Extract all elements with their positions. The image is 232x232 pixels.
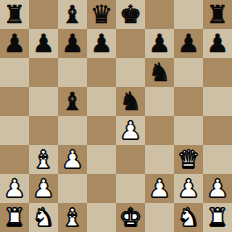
piece-white-pawn[interactable]: ♟	[206, 174, 228, 203]
square-d4[interactable]	[87, 116, 116, 145]
piece-black-pawn[interactable]: ♟	[61, 29, 83, 58]
chess-board: ♜♝♛♚♜♟♟♟♟♟♟♟♞♝♞♟♝♟♛♟♟♟♟♟♜♞♝♚♞♜	[0, 0, 232, 232]
piece-black-bishop[interactable]: ♝	[61, 87, 83, 116]
square-g3[interactable]: ♛	[174, 145, 203, 174]
square-c3[interactable]: ♟	[58, 145, 87, 174]
square-b6[interactable]	[29, 58, 58, 87]
square-e7[interactable]	[116, 29, 145, 58]
square-a7[interactable]: ♟	[0, 29, 29, 58]
square-g1[interactable]: ♞	[174, 203, 203, 232]
square-h7[interactable]: ♟	[203, 29, 232, 58]
square-f5[interactable]	[145, 87, 174, 116]
square-a1[interactable]: ♜	[0, 203, 29, 232]
square-h1[interactable]: ♜	[203, 203, 232, 232]
piece-black-pawn[interactable]: ♟	[90, 29, 112, 58]
square-f1[interactable]	[145, 203, 174, 232]
square-c2[interactable]	[58, 174, 87, 203]
piece-black-king[interactable]: ♚	[119, 0, 141, 29]
piece-black-rook[interactable]: ♜	[206, 0, 228, 29]
square-b3[interactable]: ♝	[29, 145, 58, 174]
square-h2[interactable]: ♟	[203, 174, 232, 203]
piece-white-pawn[interactable]: ♟	[32, 174, 54, 203]
square-d1[interactable]	[87, 203, 116, 232]
piece-black-pawn[interactable]: ♟	[3, 29, 25, 58]
piece-white-pawn[interactable]: ♟	[61, 145, 83, 174]
piece-white-pawn[interactable]: ♟	[3, 174, 25, 203]
square-h5[interactable]	[203, 87, 232, 116]
square-e5[interactable]: ♞	[116, 87, 145, 116]
square-c6[interactable]	[58, 58, 87, 87]
square-e8[interactable]: ♚	[116, 0, 145, 29]
square-d8[interactable]: ♛	[87, 0, 116, 29]
square-e2[interactable]	[116, 174, 145, 203]
square-d7[interactable]: ♟	[87, 29, 116, 58]
square-b2[interactable]: ♟	[29, 174, 58, 203]
piece-white-pawn[interactable]: ♟	[177, 174, 199, 203]
piece-white-pawn[interactable]: ♟	[148, 174, 170, 203]
square-c4[interactable]	[58, 116, 87, 145]
piece-black-knight[interactable]: ♞	[119, 87, 141, 116]
square-f6[interactable]: ♞	[145, 58, 174, 87]
square-c5[interactable]: ♝	[58, 87, 87, 116]
piece-white-rook[interactable]: ♜	[3, 203, 25, 232]
square-g4[interactable]	[174, 116, 203, 145]
square-f3[interactable]	[145, 145, 174, 174]
piece-white-pawn[interactable]: ♟	[119, 116, 141, 145]
square-d6[interactable]	[87, 58, 116, 87]
piece-black-bishop[interactable]: ♝	[61, 0, 83, 29]
square-b4[interactable]	[29, 116, 58, 145]
piece-black-pawn[interactable]: ♟	[148, 29, 170, 58]
square-b8[interactable]	[29, 0, 58, 29]
square-b5[interactable]	[29, 87, 58, 116]
square-d2[interactable]	[87, 174, 116, 203]
square-h4[interactable]	[203, 116, 232, 145]
square-a2[interactable]: ♟	[0, 174, 29, 203]
square-a6[interactable]	[0, 58, 29, 87]
piece-white-queen[interactable]: ♛	[177, 145, 199, 174]
piece-white-bishop[interactable]: ♝	[32, 145, 54, 174]
square-d5[interactable]	[87, 87, 116, 116]
square-h3[interactable]	[203, 145, 232, 174]
piece-black-pawn[interactable]: ♟	[177, 29, 199, 58]
square-f4[interactable]	[145, 116, 174, 145]
piece-white-knight[interactable]: ♞	[177, 203, 199, 232]
square-g5[interactable]	[174, 87, 203, 116]
square-a4[interactable]	[0, 116, 29, 145]
square-g8[interactable]	[174, 0, 203, 29]
piece-black-pawn[interactable]: ♟	[32, 29, 54, 58]
square-h6[interactable]	[203, 58, 232, 87]
square-e6[interactable]	[116, 58, 145, 87]
piece-black-pawn[interactable]: ♟	[206, 29, 228, 58]
square-a3[interactable]	[0, 145, 29, 174]
square-e1[interactable]: ♚	[116, 203, 145, 232]
square-a5[interactable]	[0, 87, 29, 116]
square-e3[interactable]	[116, 145, 145, 174]
piece-white-king[interactable]: ♚	[119, 203, 141, 232]
square-a8[interactable]: ♜	[0, 0, 29, 29]
square-c7[interactable]: ♟	[58, 29, 87, 58]
square-f7[interactable]: ♟	[145, 29, 174, 58]
piece-white-rook[interactable]: ♜	[206, 203, 228, 232]
square-g6[interactable]	[174, 58, 203, 87]
piece-white-bishop[interactable]: ♝	[61, 203, 83, 232]
square-d3[interactable]	[87, 145, 116, 174]
square-e4[interactable]: ♟	[116, 116, 145, 145]
square-b1[interactable]: ♞	[29, 203, 58, 232]
piece-black-rook[interactable]: ♜	[3, 0, 25, 29]
square-c1[interactable]: ♝	[58, 203, 87, 232]
square-h8[interactable]: ♜	[203, 0, 232, 29]
piece-white-knight[interactable]: ♞	[32, 203, 54, 232]
piece-black-queen[interactable]: ♛	[90, 0, 112, 29]
piece-black-knight[interactable]: ♞	[148, 58, 170, 87]
square-g7[interactable]: ♟	[174, 29, 203, 58]
square-f2[interactable]: ♟	[145, 174, 174, 203]
square-f8[interactable]	[145, 0, 174, 29]
square-b7[interactable]: ♟	[29, 29, 58, 58]
square-c8[interactable]: ♝	[58, 0, 87, 29]
square-g2[interactable]: ♟	[174, 174, 203, 203]
